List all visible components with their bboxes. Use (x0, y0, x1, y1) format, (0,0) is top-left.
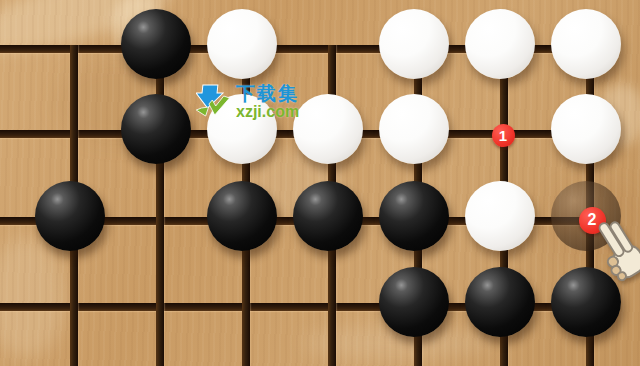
move-marker-1: 1 (492, 124, 515, 147)
white-stone-r2c5 (379, 94, 449, 164)
watermark-title: 下载集 (236, 84, 299, 103)
black-stone-r1c2 (121, 9, 191, 79)
black-stone-r3c5 (379, 181, 449, 251)
move-marker-2-label: 2 (588, 211, 597, 229)
go-app-screenshot: 下载集 xzji.com 1 2 (0, 0, 640, 366)
white-stone-r3c6 (465, 181, 535, 251)
white-stone-r1c3 (207, 9, 277, 79)
go-board[interactable]: 下载集 xzji.com 1 2 (0, 0, 640, 366)
white-stone-r2c4 (293, 94, 363, 164)
download-logo-icon (196, 84, 232, 118)
wood-grain-streak (0, 238, 66, 358)
white-stone-r1c5 (379, 9, 449, 79)
black-stone-r3c1 (35, 181, 105, 251)
white-stone-r2c7 (551, 94, 621, 164)
tap-hand-cursor (598, 216, 640, 288)
move-marker-1-label: 1 (499, 127, 507, 144)
white-stone-r1c6 (465, 9, 535, 79)
black-stone-r3c4 (293, 181, 363, 251)
watermark-site: xzji.com (236, 103, 299, 120)
black-stone-r4c6 (465, 267, 535, 337)
site-watermark: 下载集 xzji.com (196, 84, 299, 120)
black-stone-r4c5 (379, 267, 449, 337)
white-stone-r1c7 (551, 9, 621, 79)
black-stone-r2c2 (121, 94, 191, 164)
black-stone-r3c3 (207, 181, 277, 251)
